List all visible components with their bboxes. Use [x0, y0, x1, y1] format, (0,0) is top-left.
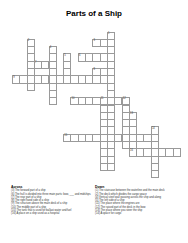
crossword-cell[interactable] [49, 97, 57, 105]
crossword-cell[interactable] [100, 39, 108, 47]
crossword-cell[interactable] [100, 75, 108, 83]
crossword-cell[interactable] [173, 148, 181, 156]
crossword-worksheet-page: { "title": "Parts of a Ship", "game": "c… [0, 0, 188, 243]
crossword-cell[interactable] [143, 148, 151, 156]
crossword-cell[interactable] [143, 134, 151, 142]
crossword-cell[interactable] [100, 53, 108, 61]
down-clue: (14) A space for cargo [95, 212, 185, 215]
crossword-cell[interactable] [107, 163, 115, 171]
crossword-cell[interactable] [41, 61, 49, 69]
across-clue: (16) A place on a ship used as a hospita… [11, 212, 93, 215]
crossword-cell[interactable] [41, 75, 49, 83]
crossword-cell[interactable] [92, 134, 100, 142]
crossword-cell[interactable] [100, 163, 108, 171]
down-clues-section: Down (1) The staircase between the water… [95, 185, 185, 216]
crossword-cell[interactable] [19, 75, 27, 83]
crossword-cell[interactable] [114, 134, 122, 142]
crossword-cell[interactable] [56, 75, 64, 83]
across-clue-list: (3) The forward part of a ship(6) The hu… [11, 189, 93, 215]
across-clues-section: Across (3) The forward part of a ship(6)… [11, 185, 93, 216]
crossword-cell[interactable] [27, 83, 35, 91]
down-clue-list: (1) The staircase between the waterline … [95, 189, 185, 215]
crossword-grid: 12345678910111213141516 [0, 0, 188, 188]
crossword-cell[interactable] [151, 170, 159, 178]
